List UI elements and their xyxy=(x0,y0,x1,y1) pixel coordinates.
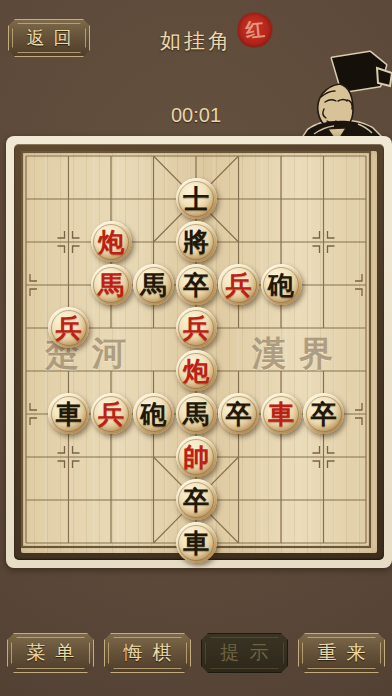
piece-black-pawn[interactable]: 卒 xyxy=(176,264,217,305)
scholar-portrait-image xyxy=(280,50,392,148)
piece-character: 兵 xyxy=(226,272,252,298)
piece-red-pawn[interactable]: 兵 xyxy=(48,307,89,348)
piece-character: 砲 xyxy=(268,272,294,298)
piece-black-cannon[interactable]: 砲 xyxy=(261,264,302,305)
piece-black-cannon[interactable]: 砲 xyxy=(133,393,174,434)
piece-character: 士 xyxy=(183,186,209,212)
piece-black-pawn[interactable]: 卒 xyxy=(176,479,217,520)
piece-black-pawn[interactable]: 卒 xyxy=(218,393,259,434)
app-screen: 返回 如挂角 红 00:01 楚河 漢界 士炮將馬馬卒兵砲兵兵 xyxy=(0,0,392,696)
piece-character: 車 xyxy=(183,530,209,556)
piece-black-horse[interactable]: 馬 xyxy=(133,264,174,305)
piece-character: 馬 xyxy=(141,272,167,298)
piece-character: 炮 xyxy=(98,229,124,255)
piece-red-general[interactable]: 帥 xyxy=(176,436,217,477)
piece-black-chariot[interactable]: 車 xyxy=(48,393,89,434)
piece-character: 車 xyxy=(56,401,82,427)
piece-black-general[interactable]: 將 xyxy=(176,221,217,262)
piece-character: 車 xyxy=(268,401,294,427)
piece-red-cannon[interactable]: 炮 xyxy=(91,221,132,262)
undo-button[interactable]: 悔棋 xyxy=(104,633,191,673)
piece-red-cannon[interactable]: 炮 xyxy=(176,350,217,391)
piece-character: 兵 xyxy=(98,401,124,427)
piece-character: 卒 xyxy=(183,272,209,298)
piece-character: 卒 xyxy=(183,487,209,513)
piece-red-pawn[interactable]: 兵 xyxy=(91,393,132,434)
piece-character: 卒 xyxy=(226,401,252,427)
piece-black-pawn[interactable]: 卒 xyxy=(303,393,344,434)
piece-red-pawn[interactable]: 兵 xyxy=(218,264,259,305)
piece-character: 砲 xyxy=(141,401,167,427)
piece-character: 兵 xyxy=(56,315,82,341)
hint-button[interactable]: 提示 xyxy=(201,633,288,673)
piece-black-chariot[interactable]: 車 xyxy=(176,522,217,563)
piece-character: 帥 xyxy=(183,444,209,470)
piece-character: 將 xyxy=(183,229,209,255)
piece-character: 兵 xyxy=(183,315,209,341)
seal-character: 红 xyxy=(244,16,266,44)
piece-black-advisor[interactable]: 士 xyxy=(176,178,217,219)
restart-button[interactable]: 重来 xyxy=(298,633,385,673)
piece-character: 馬 xyxy=(183,401,209,427)
menu-button[interactable]: 菜单 xyxy=(7,633,94,673)
piece-red-horse[interactable]: 馬 xyxy=(91,264,132,305)
piece-character: 馬 xyxy=(98,272,124,298)
piece-black-horse[interactable]: 馬 xyxy=(176,393,217,434)
piece-red-chariot[interactable]: 車 xyxy=(261,393,302,434)
piece-character: 卒 xyxy=(311,401,337,427)
piece-character: 炮 xyxy=(183,358,209,384)
piece-red-pawn[interactable]: 兵 xyxy=(176,307,217,348)
